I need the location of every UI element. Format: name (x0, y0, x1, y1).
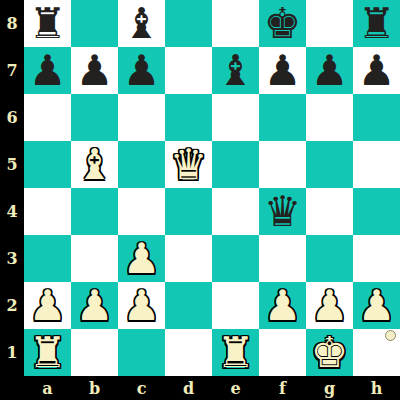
piece-black-pawn-f7[interactable]: ♟ (259, 47, 306, 94)
square-g5[interactable] (306, 141, 353, 188)
rank-label-8: 8 (0, 0, 24, 47)
rank-labels: 87654321 (0, 0, 24, 376)
square-d5[interactable]: ♛ (165, 141, 212, 188)
rank-label-6: 6 (0, 94, 24, 141)
square-b6[interactable] (71, 94, 118, 141)
square-g7[interactable]: ♟ (306, 47, 353, 94)
square-e7[interactable]: ♝ (212, 47, 259, 94)
piece-white-pawn-c2[interactable]: ♟ (118, 282, 165, 329)
square-e3[interactable] (212, 235, 259, 282)
rank-label-3: 3 (0, 235, 24, 282)
piece-black-king-f8[interactable]: ♚ (259, 0, 306, 47)
file-label-c: c (118, 376, 165, 400)
square-a8[interactable]: ♜ (24, 0, 71, 47)
piece-black-pawn-b7[interactable]: ♟ (71, 47, 118, 94)
square-d6[interactable] (165, 94, 212, 141)
square-b4[interactable] (71, 188, 118, 235)
piece-black-rook-h8[interactable]: ♜ (353, 0, 400, 47)
rank-label-4: 4 (0, 188, 24, 235)
piece-black-pawn-h7[interactable]: ♟ (353, 47, 400, 94)
rank-label-7: 7 (0, 47, 24, 94)
file-label-f: f (259, 376, 306, 400)
piece-white-pawn-g2[interactable]: ♟ (306, 282, 353, 329)
rank-label-5: 5 (0, 141, 24, 188)
square-d8[interactable] (165, 0, 212, 47)
square-f6[interactable] (259, 94, 306, 141)
piece-white-queen-d5[interactable]: ♛ (165, 141, 212, 188)
chess-board-window: 87654321 ♜♝♚♜♟♟♟♝♟♟♟♝♛♛♟♟♟♟♟♟♟♜♜♚ abcdef… (0, 0, 400, 400)
file-label-b: b (71, 376, 118, 400)
square-c5[interactable] (118, 141, 165, 188)
rank-label-1: 1 (0, 329, 24, 376)
square-d2[interactable] (165, 282, 212, 329)
hint-dot (385, 330, 396, 341)
square-g3[interactable] (306, 235, 353, 282)
square-c6[interactable] (118, 94, 165, 141)
square-d4[interactable] (165, 188, 212, 235)
square-f3[interactable] (259, 235, 306, 282)
square-c4[interactable] (118, 188, 165, 235)
file-label-g: g (306, 376, 353, 400)
square-a4[interactable] (24, 188, 71, 235)
square-e6[interactable] (212, 94, 259, 141)
square-c2[interactable]: ♟ (118, 282, 165, 329)
square-f1[interactable] (259, 329, 306, 376)
square-c7[interactable]: ♟ (118, 47, 165, 94)
rank-label-2: 2 (0, 282, 24, 329)
square-f5[interactable] (259, 141, 306, 188)
piece-white-pawn-c3[interactable]: ♟ (118, 235, 165, 282)
square-d7[interactable] (165, 47, 212, 94)
piece-black-bishop-c8[interactable]: ♝ (118, 0, 165, 47)
piece-white-king-g1[interactable]: ♚ (306, 329, 353, 376)
chess-board: ♜♝♚♜♟♟♟♝♟♟♟♝♛♛♟♟♟♟♟♟♟♜♜♚ (24, 0, 400, 376)
square-d3[interactable] (165, 235, 212, 282)
square-e2[interactable] (212, 282, 259, 329)
square-f8[interactable]: ♚ (259, 0, 306, 47)
piece-black-pawn-a7[interactable]: ♟ (24, 47, 71, 94)
file-labels: abcdefgh (24, 376, 400, 400)
square-g6[interactable] (306, 94, 353, 141)
square-b7[interactable]: ♟ (71, 47, 118, 94)
piece-black-queen-f4[interactable]: ♛ (259, 188, 306, 235)
square-e5[interactable] (212, 141, 259, 188)
square-g2[interactable]: ♟ (306, 282, 353, 329)
square-h7[interactable]: ♟ (353, 47, 400, 94)
square-a1[interactable]: ♜ (24, 329, 71, 376)
square-h3[interactable] (353, 235, 400, 282)
square-c1[interactable] (118, 329, 165, 376)
square-h5[interactable] (353, 141, 400, 188)
square-f4[interactable]: ♛ (259, 188, 306, 235)
file-label-a: a (24, 376, 71, 400)
square-b3[interactable] (71, 235, 118, 282)
piece-white-rook-e1[interactable]: ♜ (212, 329, 259, 376)
square-a7[interactable]: ♟ (24, 47, 71, 94)
square-g8[interactable] (306, 0, 353, 47)
square-e8[interactable] (212, 0, 259, 47)
file-label-h: h (353, 376, 400, 400)
square-a3[interactable] (24, 235, 71, 282)
piece-black-rook-a8[interactable]: ♜ (24, 0, 71, 47)
square-b2[interactable]: ♟ (71, 282, 118, 329)
file-label-e: e (212, 376, 259, 400)
square-a6[interactable] (24, 94, 71, 141)
square-a5[interactable] (24, 141, 71, 188)
square-e4[interactable] (212, 188, 259, 235)
piece-black-pawn-g7[interactable]: ♟ (306, 47, 353, 94)
piece-white-pawn-b2[interactable]: ♟ (71, 282, 118, 329)
square-e1[interactable]: ♜ (212, 329, 259, 376)
piece-white-rook-a1[interactable]: ♜ (24, 329, 71, 376)
piece-black-pawn-c7[interactable]: ♟ (118, 47, 165, 94)
piece-white-pawn-h2[interactable]: ♟ (353, 282, 400, 329)
square-h4[interactable] (353, 188, 400, 235)
square-a2[interactable]: ♟ (24, 282, 71, 329)
piece-white-pawn-a2[interactable]: ♟ (24, 282, 71, 329)
border-corner (0, 376, 24, 400)
square-d1[interactable] (165, 329, 212, 376)
piece-black-bishop-e7[interactable]: ♝ (212, 47, 259, 94)
square-f2[interactable]: ♟ (259, 282, 306, 329)
square-g4[interactable] (306, 188, 353, 235)
file-label-d: d (165, 376, 212, 400)
piece-white-pawn-f2[interactable]: ♟ (259, 282, 306, 329)
piece-white-bishop-b5[interactable]: ♝ (71, 141, 118, 188)
square-f7[interactable]: ♟ (259, 47, 306, 94)
square-b5[interactable]: ♝ (71, 141, 118, 188)
square-c8[interactable]: ♝ (118, 0, 165, 47)
square-h2[interactable]: ♟ (353, 282, 400, 329)
square-h6[interactable] (353, 94, 400, 141)
square-b1[interactable] (71, 329, 118, 376)
square-g1[interactable]: ♚ (306, 329, 353, 376)
square-h8[interactable]: ♜ (353, 0, 400, 47)
square-b8[interactable] (71, 0, 118, 47)
square-c3[interactable]: ♟ (118, 235, 165, 282)
